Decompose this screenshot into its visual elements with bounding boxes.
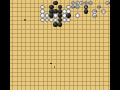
grid-line-horizontal — [10, 59, 110, 60]
star-point — [24, 19, 25, 20]
move-number: 6 — [81, 2, 83, 5]
grid-line-horizontal — [10, 85, 110, 86]
move-number: 16 — [75, 6, 79, 9]
grid-line-vertical — [108, 0, 109, 90]
go-board[interactable]: 246810121416118201522 — [10, 0, 110, 90]
grid-line-vertical — [99, 0, 100, 90]
grid-line-vertical — [13, 0, 14, 90]
grid-line-vertical — [38, 0, 39, 90]
black-stone[interactable] — [58, 22, 63, 27]
white-stone[interactable] — [66, 18, 71, 23]
move-number: 20 — [93, 10, 97, 13]
move-number: 18 — [97, 6, 101, 9]
move-number: 22 — [93, 15, 97, 18]
grid-line-horizontal — [10, 46, 110, 47]
grid-line-vertical — [73, 0, 74, 90]
video-frame: 246810121416118201522 — [0, 0, 120, 90]
grid-line-vertical — [90, 0, 91, 90]
grid-line-horizontal — [10, 72, 110, 73]
move-number: 2 — [72, 2, 74, 5]
move-number: 1 — [85, 6, 87, 9]
black-stone[interactable] — [84, 9, 89, 14]
white-stone[interactable]: 10 — [88, 1, 93, 6]
white-stone[interactable]: 16 — [75, 5, 80, 10]
move-number: 15 — [101, 10, 105, 13]
grid-line-vertical — [26, 0, 27, 90]
grid-line-horizontal — [10, 51, 110, 52]
grid-line-horizontal — [10, 77, 110, 78]
grid-line-vertical — [21, 0, 22, 90]
grid-line-horizontal — [10, 64, 110, 65]
white-stone[interactable]: 22 — [92, 13, 97, 18]
black-stone[interactable] — [53, 1, 58, 6]
white-stone[interactable]: 15 — [101, 9, 106, 14]
grid-line-horizontal — [10, 81, 110, 82]
grid-line-horizontal — [10, 38, 110, 39]
square-mark — [50, 63, 52, 65]
move-number: 8 — [85, 2, 87, 5]
grid-line-vertical — [82, 0, 83, 90]
move-number: 12 — [106, 2, 110, 5]
grid-line-horizontal — [10, 42, 110, 43]
move-number: 10 — [88, 2, 92, 5]
move-number: 4 — [76, 2, 78, 5]
grid-line-vertical — [34, 0, 35, 90]
white-stone[interactable] — [75, 13, 80, 18]
pillarbox-left — [0, 0, 10, 90]
faint-dot-mark — [34, 69, 35, 70]
grid-line-horizontal — [10, 68, 110, 69]
grid-line-horizontal — [10, 3, 110, 4]
grid-line-vertical — [17, 0, 18, 90]
grid-line-horizontal — [10, 33, 110, 34]
grid-line-horizontal — [10, 55, 110, 56]
grid-line-horizontal — [10, 29, 110, 30]
faint-dot-mark — [77, 69, 78, 70]
red-dot-mark — [54, 66, 55, 67]
grid-line-vertical — [30, 0, 31, 90]
pillarbox-right — [110, 0, 120, 90]
